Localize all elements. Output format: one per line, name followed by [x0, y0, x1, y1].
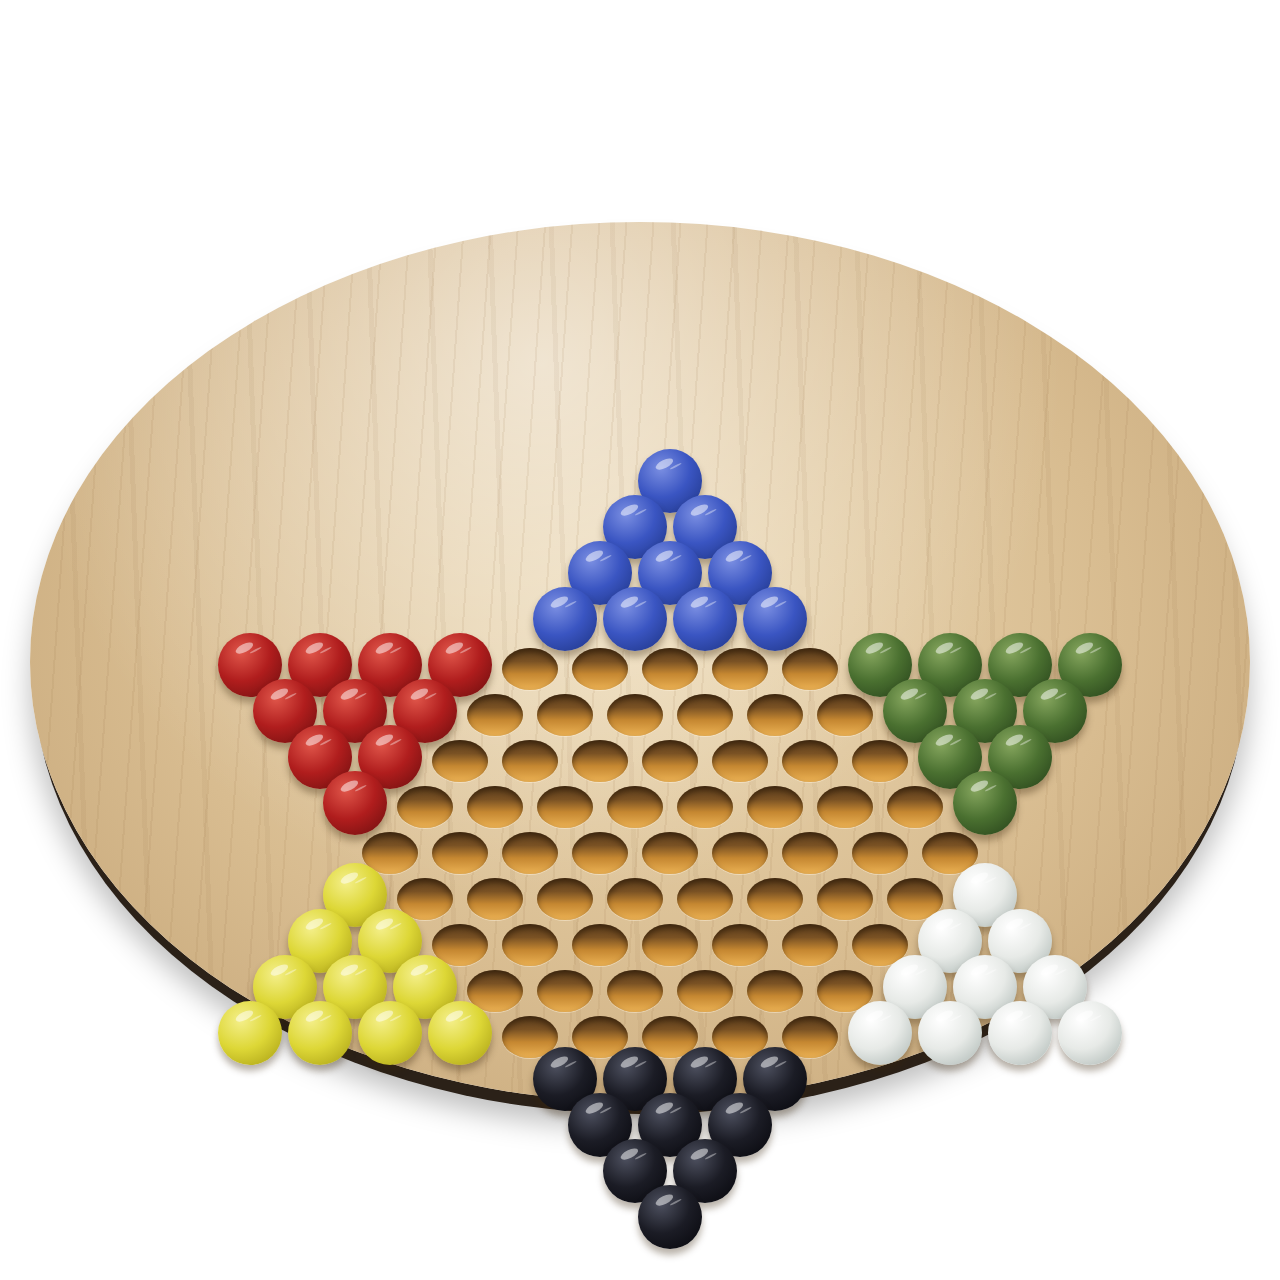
hole[interactable] — [712, 740, 768, 782]
hole[interactable] — [747, 970, 803, 1012]
hole[interactable] — [677, 786, 733, 828]
hole-cell — [775, 830, 845, 876]
background — [0, 0, 1280, 1280]
hole-cell — [705, 646, 775, 692]
hole[interactable] — [782, 648, 838, 690]
hole-cell — [775, 922, 845, 968]
hole-cell — [705, 738, 775, 784]
hole[interactable] — [537, 970, 593, 1012]
hole-cell — [600, 692, 670, 738]
hole[interactable] — [747, 694, 803, 736]
hole-cell — [845, 830, 915, 876]
hole-cell — [565, 738, 635, 784]
marble-white[interactable] — [1058, 1001, 1122, 1065]
hole[interactable] — [572, 648, 628, 690]
hole-cell — [635, 830, 705, 876]
marble-blue[interactable] — [743, 587, 807, 651]
marble-blue[interactable] — [533, 587, 597, 651]
hole-cell — [705, 922, 775, 968]
hole-cell — [600, 876, 670, 922]
hole-cell — [845, 738, 915, 784]
marble-black[interactable] — [638, 1185, 702, 1249]
board-row — [215, 692, 1125, 738]
hole-cell — [985, 1014, 1055, 1060]
hole[interactable] — [677, 878, 733, 920]
hole-cell — [810, 692, 880, 738]
board-row — [215, 1106, 1125, 1152]
board-row — [215, 462, 1125, 508]
hole-cell — [775, 738, 845, 784]
marble-white[interactable] — [988, 1001, 1052, 1065]
hole-cell — [670, 784, 740, 830]
hole[interactable] — [467, 786, 523, 828]
marble-yellow[interactable] — [428, 1001, 492, 1065]
hole[interactable] — [467, 694, 523, 736]
hole-cell — [425, 738, 495, 784]
hole-cell — [530, 600, 600, 646]
hole-cell — [565, 646, 635, 692]
hole[interactable] — [572, 924, 628, 966]
hole-cell — [670, 692, 740, 738]
hole[interactable] — [572, 832, 628, 874]
hole[interactable] — [817, 786, 873, 828]
hole-cell — [565, 922, 635, 968]
marble-blue[interactable] — [603, 587, 667, 651]
hole[interactable] — [537, 694, 593, 736]
board-row — [215, 784, 1125, 830]
hole[interactable] — [642, 924, 698, 966]
hole[interactable] — [712, 924, 768, 966]
marble-yellow[interactable] — [288, 1001, 352, 1065]
hole-cell — [355, 1014, 425, 1060]
marble-yellow[interactable] — [218, 1001, 282, 1065]
hole-cell — [635, 646, 705, 692]
hole[interactable] — [502, 740, 558, 782]
hole-cell — [495, 830, 565, 876]
hole-cell — [635, 738, 705, 784]
hole[interactable] — [747, 786, 803, 828]
hole[interactable] — [502, 648, 558, 690]
hole-cell — [740, 692, 810, 738]
hole[interactable] — [607, 878, 663, 920]
hole[interactable] — [432, 832, 488, 874]
hole-cell — [880, 784, 950, 830]
hole[interactable] — [782, 740, 838, 782]
board-row — [215, 554, 1125, 600]
hole[interactable] — [782, 832, 838, 874]
hole-cell — [635, 922, 705, 968]
hole-cell — [460, 876, 530, 922]
marble-green[interactable] — [953, 771, 1017, 835]
hole-cell — [460, 692, 530, 738]
hole-cell — [740, 784, 810, 830]
hole-cell — [530, 968, 600, 1014]
hole[interactable] — [607, 970, 663, 1012]
hole-cell — [495, 646, 565, 692]
board-row — [215, 876, 1125, 922]
hole-cell — [635, 1198, 705, 1244]
hole-cell — [285, 1014, 355, 1060]
hole-cell — [810, 876, 880, 922]
hole[interactable] — [677, 694, 733, 736]
hole-cell — [600, 784, 670, 830]
hole-cell — [1055, 1014, 1125, 1060]
hole-cell — [810, 784, 880, 830]
hole-cell — [320, 784, 390, 830]
hole-cell — [740, 600, 810, 646]
hole[interactable] — [607, 694, 663, 736]
hole[interactable] — [817, 694, 873, 736]
hole-cell — [670, 876, 740, 922]
hole[interactable] — [712, 648, 768, 690]
hole[interactable] — [397, 786, 453, 828]
hole-cell — [670, 968, 740, 1014]
hole-cell — [600, 968, 670, 1014]
hole[interactable] — [852, 832, 908, 874]
hole-cell — [915, 1014, 985, 1060]
hole-cell — [600, 600, 670, 646]
marble-red[interactable] — [323, 771, 387, 835]
marble-white[interactable] — [918, 1001, 982, 1065]
hole[interactable] — [642, 832, 698, 874]
hole[interactable] — [747, 878, 803, 920]
hole-cell — [670, 600, 740, 646]
board-row — [215, 968, 1125, 1014]
hole-cell — [390, 784, 460, 830]
hole[interactable] — [467, 878, 523, 920]
hole-cell — [530, 784, 600, 830]
board-row — [215, 1198, 1125, 1244]
hole-cell — [530, 876, 600, 922]
hole[interactable] — [502, 924, 558, 966]
hole-cell — [530, 692, 600, 738]
hole-cell — [845, 1014, 915, 1060]
board-row — [215, 600, 1125, 646]
hole[interactable] — [607, 786, 663, 828]
hole[interactable] — [677, 970, 733, 1012]
hole-cell — [740, 876, 810, 922]
hole-cell — [565, 830, 635, 876]
hole-cell — [460, 784, 530, 830]
hole[interactable] — [432, 740, 488, 782]
marble-white[interactable] — [848, 1001, 912, 1065]
hole-cell — [215, 1014, 285, 1060]
hole[interactable] — [572, 740, 628, 782]
hole-cell — [775, 646, 845, 692]
hole[interactable] — [712, 832, 768, 874]
hole-cell — [495, 922, 565, 968]
hole[interactable] — [782, 924, 838, 966]
hole[interactable] — [642, 740, 698, 782]
hole-cell — [705, 830, 775, 876]
hole-grid — [215, 462, 1125, 1244]
hole[interactable] — [852, 740, 908, 782]
hole-cell — [425, 830, 495, 876]
hole[interactable] — [502, 832, 558, 874]
hole-cell — [425, 1014, 495, 1060]
hole[interactable] — [817, 878, 873, 920]
hole[interactable] — [537, 878, 593, 920]
hole[interactable] — [887, 786, 943, 828]
hole[interactable] — [537, 786, 593, 828]
hole-cell — [740, 968, 810, 1014]
hole[interactable] — [642, 648, 698, 690]
hole-cell — [950, 784, 1020, 830]
marble-yellow[interactable] — [358, 1001, 422, 1065]
board — [30, 222, 1250, 1102]
hole-cell — [495, 738, 565, 784]
board-row — [215, 1014, 1125, 1060]
marble-blue[interactable] — [673, 587, 737, 651]
